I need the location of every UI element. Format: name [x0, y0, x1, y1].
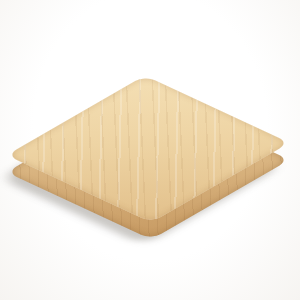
pieces-layer — [0, 0, 300, 300]
product-photo-scene — [0, 0, 300, 300]
